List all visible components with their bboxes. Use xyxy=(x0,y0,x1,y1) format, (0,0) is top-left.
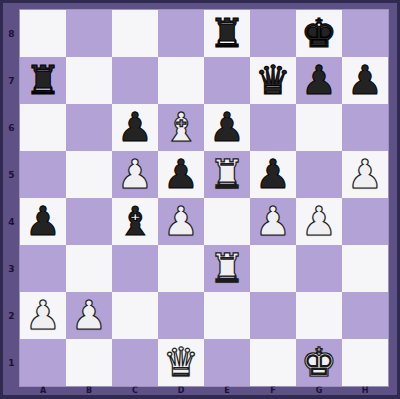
file-label-g: G xyxy=(296,385,342,396)
piece-white-pawn[interactable]: ♟ xyxy=(255,201,291,241)
square-b6[interactable] xyxy=(66,104,112,151)
square-f8[interactable] xyxy=(250,10,296,57)
square-c4[interactable]: ♝ xyxy=(112,198,158,245)
square-a6[interactable] xyxy=(20,104,66,151)
square-a2[interactable]: ♟ xyxy=(20,292,66,339)
square-f4[interactable]: ♟ xyxy=(250,198,296,245)
rank-label-3: 3 xyxy=(3,245,20,292)
chess-board: ♜♚♜♛♟♟♟♝♟♟♟♜♟♟♟♝♟♟♟♜♟♟♛♚ xyxy=(20,10,388,386)
square-d3[interactable] xyxy=(158,245,204,292)
rank-labels: 87654321 xyxy=(3,10,20,386)
square-h5[interactable]: ♟ xyxy=(342,151,388,198)
square-g8[interactable]: ♚ xyxy=(296,10,342,57)
square-b3[interactable] xyxy=(66,245,112,292)
square-d6[interactable]: ♝ xyxy=(158,104,204,151)
square-c8[interactable] xyxy=(112,10,158,57)
square-e4[interactable] xyxy=(204,198,250,245)
piece-black-pawn[interactable]: ♟ xyxy=(163,154,199,194)
square-h1[interactable] xyxy=(342,339,388,386)
piece-white-pawn[interactable]: ♟ xyxy=(163,201,199,241)
file-label-d: D xyxy=(158,385,204,396)
square-c3[interactable] xyxy=(112,245,158,292)
square-a8[interactable] xyxy=(20,10,66,57)
piece-black-rook[interactable]: ♜ xyxy=(25,60,61,100)
file-label-a: A xyxy=(20,385,66,396)
piece-black-pawn[interactable]: ♟ xyxy=(255,154,291,194)
square-f3[interactable] xyxy=(250,245,296,292)
square-h4[interactable] xyxy=(342,198,388,245)
file-label-h: H xyxy=(342,385,388,396)
square-b8[interactable] xyxy=(66,10,112,57)
file-label-c: C xyxy=(112,385,158,396)
square-a4[interactable]: ♟ xyxy=(20,198,66,245)
rank-label-4: 4 xyxy=(3,198,20,245)
file-label-f: F xyxy=(250,385,296,396)
rank-label-6: 6 xyxy=(3,104,20,151)
piece-white-bishop[interactable]: ♝ xyxy=(163,107,199,147)
file-label-b: B xyxy=(66,385,112,396)
square-h2[interactable] xyxy=(342,292,388,339)
square-f2[interactable] xyxy=(250,292,296,339)
square-a1[interactable] xyxy=(20,339,66,386)
rank-label-7: 7 xyxy=(3,57,20,104)
square-f1[interactable] xyxy=(250,339,296,386)
square-d2[interactable] xyxy=(158,292,204,339)
piece-white-rook[interactable]: ♜ xyxy=(209,154,245,194)
square-a3[interactable] xyxy=(20,245,66,292)
square-b2[interactable]: ♟ xyxy=(66,292,112,339)
piece-black-pawn[interactable]: ♟ xyxy=(209,107,245,147)
square-d4[interactable]: ♟ xyxy=(158,198,204,245)
square-a5[interactable] xyxy=(20,151,66,198)
square-g4[interactable]: ♟ xyxy=(296,198,342,245)
piece-white-rook[interactable]: ♜ xyxy=(209,248,245,288)
square-g5[interactable] xyxy=(296,151,342,198)
piece-white-pawn[interactable]: ♟ xyxy=(301,201,337,241)
square-h8[interactable] xyxy=(342,10,388,57)
piece-white-queen[interactable]: ♛ xyxy=(163,342,199,382)
square-d7[interactable] xyxy=(158,57,204,104)
piece-black-king[interactable]: ♚ xyxy=(301,13,337,53)
square-h7[interactable]: ♟ xyxy=(342,57,388,104)
piece-black-pawn[interactable]: ♟ xyxy=(117,107,153,147)
piece-white-pawn[interactable]: ♟ xyxy=(71,295,107,335)
square-g3[interactable] xyxy=(296,245,342,292)
square-e6[interactable]: ♟ xyxy=(204,104,250,151)
square-f7[interactable]: ♛ xyxy=(250,57,296,104)
square-d8[interactable] xyxy=(158,10,204,57)
square-e8[interactable]: ♜ xyxy=(204,10,250,57)
file-labels: ABCDEFGH xyxy=(20,385,388,396)
square-c6[interactable]: ♟ xyxy=(112,104,158,151)
square-e3[interactable]: ♜ xyxy=(204,245,250,292)
square-e1[interactable] xyxy=(204,339,250,386)
chess-board-window: 87654321 ABCDEFGH ♜♚♜♛♟♟♟♝♟♟♟♜♟♟♟♝♟♟♟♜♟♟… xyxy=(0,0,400,399)
square-b1[interactable] xyxy=(66,339,112,386)
square-g6[interactable] xyxy=(296,104,342,151)
square-c2[interactable] xyxy=(112,292,158,339)
rank-label-5: 5 xyxy=(3,151,20,198)
square-h6[interactable] xyxy=(342,104,388,151)
square-g7[interactable]: ♟ xyxy=(296,57,342,104)
rank-label-1: 1 xyxy=(3,339,20,386)
piece-black-pawn[interactable]: ♟ xyxy=(25,201,61,241)
piece-white-pawn[interactable]: ♟ xyxy=(347,154,383,194)
piece-white-pawn[interactable]: ♟ xyxy=(25,295,61,335)
square-a7[interactable]: ♜ xyxy=(20,57,66,104)
square-g1[interactable]: ♚ xyxy=(296,339,342,386)
piece-black-rook[interactable]: ♜ xyxy=(209,13,245,53)
square-b5[interactable] xyxy=(66,151,112,198)
rank-label-2: 2 xyxy=(3,292,20,339)
square-b4[interactable] xyxy=(66,198,112,245)
piece-black-pawn[interactable]: ♟ xyxy=(301,60,337,100)
square-e2[interactable] xyxy=(204,292,250,339)
square-f6[interactable] xyxy=(250,104,296,151)
piece-black-bishop[interactable]: ♝ xyxy=(117,201,153,241)
square-g2[interactable] xyxy=(296,292,342,339)
rank-label-8: 8 xyxy=(3,10,20,57)
piece-black-queen[interactable]: ♛ xyxy=(255,60,291,100)
square-c7[interactable] xyxy=(112,57,158,104)
piece-white-pawn[interactable]: ♟ xyxy=(117,154,153,194)
square-c1[interactable] xyxy=(112,339,158,386)
square-d5[interactable]: ♟ xyxy=(158,151,204,198)
piece-white-king[interactable]: ♚ xyxy=(301,342,337,382)
file-label-e: E xyxy=(204,385,250,396)
square-e7[interactable] xyxy=(204,57,250,104)
square-d1[interactable]: ♛ xyxy=(158,339,204,386)
square-e5[interactable]: ♜ xyxy=(204,151,250,198)
square-h3[interactable] xyxy=(342,245,388,292)
square-c5[interactable]: ♟ xyxy=(112,151,158,198)
square-f5[interactable]: ♟ xyxy=(250,151,296,198)
piece-black-pawn[interactable]: ♟ xyxy=(347,60,383,100)
square-b7[interactable] xyxy=(66,57,112,104)
